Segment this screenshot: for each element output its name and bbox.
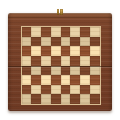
board-square[interactable] bbox=[90, 46, 100, 56]
board-square[interactable] bbox=[51, 85, 61, 95]
board-square[interactable] bbox=[80, 85, 90, 95]
board-square[interactable] bbox=[80, 27, 90, 37]
board-square[interactable] bbox=[61, 46, 71, 56]
board-square[interactable] bbox=[31, 56, 41, 66]
board-square[interactable] bbox=[22, 37, 32, 47]
board-square[interactable] bbox=[41, 56, 51, 66]
board-square[interactable] bbox=[90, 75, 100, 85]
board-square[interactable] bbox=[22, 85, 32, 95]
chess-board bbox=[8, 13, 112, 111]
board-square[interactable] bbox=[22, 75, 32, 85]
board-square[interactable] bbox=[61, 56, 71, 66]
board-square[interactable] bbox=[51, 27, 61, 37]
board-square[interactable] bbox=[31, 46, 41, 56]
product-photo bbox=[0, 0, 120, 120]
board-square[interactable] bbox=[70, 37, 80, 47]
brass-clasp-icon bbox=[57, 9, 64, 15]
board-square[interactable] bbox=[70, 75, 80, 85]
lid-edge-seam bbox=[8, 17, 112, 18]
board-square[interactable] bbox=[31, 85, 41, 95]
board-square[interactable] bbox=[41, 27, 51, 37]
board-square[interactable] bbox=[41, 75, 51, 85]
board-square[interactable] bbox=[80, 94, 90, 104]
board-square[interactable] bbox=[41, 37, 51, 47]
board-square[interactable] bbox=[70, 94, 80, 104]
board-square[interactable] bbox=[22, 94, 32, 104]
board-square[interactable] bbox=[61, 37, 71, 47]
board-square[interactable] bbox=[22, 46, 32, 56]
board-square[interactable] bbox=[80, 46, 90, 56]
board-square[interactable] bbox=[70, 27, 80, 37]
board-square[interactable] bbox=[31, 37, 41, 47]
board-square[interactable] bbox=[61, 94, 71, 104]
board-square[interactable] bbox=[61, 27, 71, 37]
board-square[interactable] bbox=[31, 27, 41, 37]
board-square[interactable] bbox=[90, 85, 100, 95]
board-square[interactable] bbox=[41, 94, 51, 104]
board-square[interactable] bbox=[80, 56, 90, 66]
board-square[interactable] bbox=[90, 27, 100, 37]
board-square[interactable] bbox=[70, 46, 80, 56]
board-square[interactable] bbox=[41, 46, 51, 56]
board-square[interactable] bbox=[61, 85, 71, 95]
board-square[interactable] bbox=[51, 94, 61, 104]
board-square[interactable] bbox=[22, 56, 32, 66]
board-square[interactable] bbox=[61, 75, 71, 85]
board-square[interactable] bbox=[90, 37, 100, 47]
board-square[interactable] bbox=[22, 27, 32, 37]
board-square[interactable] bbox=[31, 75, 41, 85]
board-square[interactable] bbox=[51, 46, 61, 56]
board-square[interactable] bbox=[80, 75, 90, 85]
board-square[interactable] bbox=[51, 56, 61, 66]
board-square[interactable] bbox=[90, 56, 100, 66]
board-square[interactable] bbox=[51, 75, 61, 85]
board-square[interactable] bbox=[31, 94, 41, 104]
board-square[interactable] bbox=[80, 37, 90, 47]
board-square[interactable] bbox=[70, 85, 80, 95]
board-square[interactable] bbox=[41, 85, 51, 95]
board-square[interactable] bbox=[51, 37, 61, 47]
board-square[interactable] bbox=[90, 94, 100, 104]
hinge-fold-seam bbox=[8, 66, 112, 67]
clasp-tab-left bbox=[57, 9, 60, 15]
clasp-tab-right bbox=[60, 9, 63, 15]
board-square[interactable] bbox=[70, 56, 80, 66]
